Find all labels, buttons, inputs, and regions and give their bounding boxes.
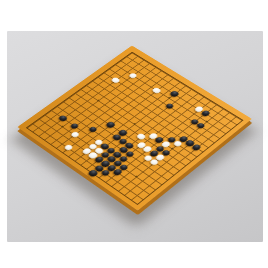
go-board xyxy=(17,46,252,211)
product-photo xyxy=(0,0,268,268)
board-scene xyxy=(0,0,268,268)
board-grid xyxy=(26,52,244,205)
